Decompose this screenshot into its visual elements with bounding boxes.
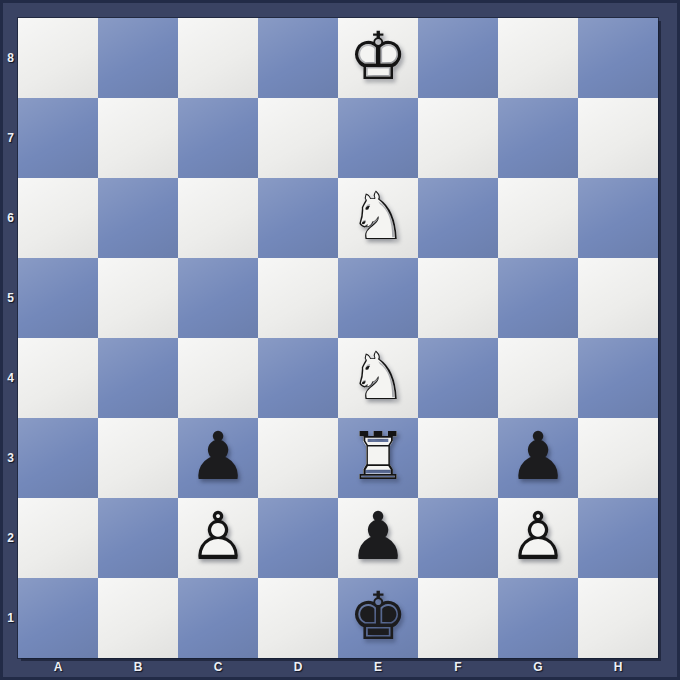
square-f4[interactable] (418, 338, 498, 418)
square-a7[interactable] (18, 98, 98, 178)
file-label-c: C (178, 658, 258, 677)
square-h6[interactable] (578, 178, 658, 258)
board-frame: 87654321 ♚♔♞♘♞♘♟♜♖♟♟♙♟♟♙♚ ABCDEFGH (0, 0, 680, 680)
rank-label-7: 7 (3, 98, 18, 178)
piece-black-pawn[interactable]: ♟ (178, 418, 258, 498)
square-e5[interactable] (338, 258, 418, 338)
square-a5[interactable] (18, 258, 98, 338)
rank-label-8: 8 (3, 18, 18, 98)
rank-label-3: 3 (3, 418, 18, 498)
square-c7[interactable] (178, 98, 258, 178)
square-d8[interactable] (258, 18, 338, 98)
piece-fill-layer: ♟ (178, 418, 258, 498)
square-b8[interactable] (98, 18, 178, 98)
file-labels: ABCDEFGH (18, 658, 658, 677)
square-a2[interactable] (18, 498, 98, 578)
square-f7[interactable] (418, 98, 498, 178)
piece-black-pawn[interactable]: ♟ (338, 498, 418, 578)
square-h5[interactable] (578, 258, 658, 338)
square-g3[interactable]: ♟ (498, 418, 578, 498)
square-b7[interactable] (98, 98, 178, 178)
square-d2[interactable] (258, 498, 338, 578)
piece-white-pawn[interactable]: ♟♙ (178, 498, 258, 578)
square-e6[interactable]: ♞♘ (338, 178, 418, 258)
piece-fill-layer: ♚ (338, 578, 418, 658)
square-e8[interactable]: ♚♔ (338, 18, 418, 98)
rank-label-1: 1 (3, 578, 18, 658)
square-g4[interactable] (498, 338, 578, 418)
piece-white-pawn[interactable]: ♟♙ (498, 498, 578, 578)
rank-label-5: 5 (3, 258, 18, 338)
chess-board: ♚♔♞♘♞♘♟♜♖♟♟♙♟♟♙♚ (18, 18, 658, 658)
square-a1[interactable] (18, 578, 98, 658)
square-d3[interactable] (258, 418, 338, 498)
square-b4[interactable] (98, 338, 178, 418)
file-label-d: D (258, 658, 338, 677)
square-g8[interactable] (498, 18, 578, 98)
piece-outline-layer: ♘ (338, 178, 418, 258)
piece-outline-layer: ♖ (338, 418, 418, 498)
square-c3[interactable]: ♟ (178, 418, 258, 498)
square-d4[interactable] (258, 338, 338, 418)
square-g5[interactable] (498, 258, 578, 338)
square-f1[interactable] (418, 578, 498, 658)
square-g7[interactable] (498, 98, 578, 178)
square-f8[interactable] (418, 18, 498, 98)
piece-outline-layer: ♘ (338, 338, 418, 418)
square-f3[interactable] (418, 418, 498, 498)
square-f2[interactable] (418, 498, 498, 578)
rank-label-2: 2 (3, 498, 18, 578)
square-g2[interactable]: ♟♙ (498, 498, 578, 578)
square-b6[interactable] (98, 178, 178, 258)
square-c6[interactable] (178, 178, 258, 258)
square-g6[interactable] (498, 178, 578, 258)
square-h8[interactable] (578, 18, 658, 98)
square-d7[interactable] (258, 98, 338, 178)
square-h4[interactable] (578, 338, 658, 418)
file-label-f: F (418, 658, 498, 677)
square-h7[interactable] (578, 98, 658, 178)
piece-outline-layer: ♙ (178, 498, 258, 578)
piece-white-king[interactable]: ♚♔ (338, 18, 418, 98)
piece-white-knight[interactable]: ♞♘ (338, 178, 418, 258)
square-e4[interactable]: ♞♘ (338, 338, 418, 418)
square-c1[interactable] (178, 578, 258, 658)
square-e3[interactable]: ♜♖ (338, 418, 418, 498)
square-g1[interactable] (498, 578, 578, 658)
square-a3[interactable] (18, 418, 98, 498)
file-label-b: B (98, 658, 178, 677)
square-c5[interactable] (178, 258, 258, 338)
square-e7[interactable] (338, 98, 418, 178)
piece-white-knight[interactable]: ♞♘ (338, 338, 418, 418)
square-d5[interactable] (258, 258, 338, 338)
file-label-a: A (18, 658, 98, 677)
square-c8[interactable] (178, 18, 258, 98)
square-d6[interactable] (258, 178, 338, 258)
rank-label-6: 6 (3, 178, 18, 258)
square-h1[interactable] (578, 578, 658, 658)
square-c4[interactable] (178, 338, 258, 418)
piece-white-rook[interactable]: ♜♖ (338, 418, 418, 498)
file-label-e: E (338, 658, 418, 677)
square-a6[interactable] (18, 178, 98, 258)
rank-labels: 87654321 (3, 18, 18, 658)
square-b3[interactable] (98, 418, 178, 498)
piece-black-king[interactable]: ♚ (338, 578, 418, 658)
square-c2[interactable]: ♟♙ (178, 498, 258, 578)
square-b2[interactable] (98, 498, 178, 578)
piece-fill-layer: ♟ (498, 418, 578, 498)
file-label-g: G (498, 658, 578, 677)
file-label-h: H (578, 658, 658, 677)
square-h2[interactable] (578, 498, 658, 578)
square-e2[interactable]: ♟ (338, 498, 418, 578)
square-e1[interactable]: ♚ (338, 578, 418, 658)
square-a4[interactable] (18, 338, 98, 418)
square-d1[interactable] (258, 578, 338, 658)
square-f6[interactable] (418, 178, 498, 258)
piece-black-pawn[interactable]: ♟ (498, 418, 578, 498)
square-b1[interactable] (98, 578, 178, 658)
rank-label-4: 4 (3, 338, 18, 418)
square-a8[interactable] (18, 18, 98, 98)
piece-outline-layer: ♔ (338, 18, 418, 98)
square-b5[interactable] (98, 258, 178, 338)
square-f5[interactable] (418, 258, 498, 338)
piece-outline-layer: ♙ (498, 498, 578, 578)
piece-fill-layer: ♟ (338, 498, 418, 578)
square-h3[interactable] (578, 418, 658, 498)
